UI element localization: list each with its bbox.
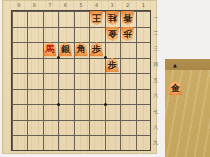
rank-label-2: 二 [153, 26, 159, 42]
hoshi-dot [57, 103, 60, 106]
file-label-8: 8 [27, 1, 43, 9]
sente-turn-marker-icon: ▲ [173, 62, 177, 68]
stand-header: ▲ [165, 59, 210, 70]
rank-label-7: 七 [153, 104, 159, 120]
file-label-2: 2 [120, 1, 136, 9]
file-label-1: 1 [135, 1, 151, 9]
shogi-board: 987654321 一二三四五六七八九 王桂香金歩馬銀角歩歩 [2, 0, 157, 154]
file-label-9: 9 [11, 1, 27, 9]
rank-label-8: 八 [153, 120, 159, 136]
sente-hand-stand: ▲ 金 [165, 59, 210, 157]
hoshi-dot [104, 103, 107, 106]
hand-piece-gold[interactable]: 金 [169, 81, 182, 95]
hoshi-dot [57, 56, 60, 59]
rank-label-3: 三 [153, 41, 159, 57]
rank-label-9: 九 [153, 135, 159, 151]
file-label-3: 3 [104, 1, 120, 9]
rank-label-4: 四 [153, 57, 159, 73]
rank-label-1: 一 [153, 10, 159, 26]
tsume-shogi-app: 987654321 一二三四五六七八九 王桂香金歩馬銀角歩歩 ▲ 金 [0, 0, 210, 157]
rank-label-5: 五 [153, 73, 159, 89]
file-label-4: 4 [89, 1, 105, 9]
file-label-6: 6 [58, 1, 74, 9]
rank-label-6: 六 [153, 88, 159, 104]
file-label-5: 5 [73, 1, 89, 9]
hoshi-dot [104, 56, 107, 59]
file-label-7: 7 [42, 1, 58, 9]
